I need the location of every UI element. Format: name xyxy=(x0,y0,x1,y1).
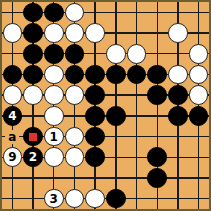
intersection xyxy=(147,85,168,106)
white-stone xyxy=(168,65,188,85)
intersection xyxy=(126,2,147,23)
intersection xyxy=(147,126,168,147)
intersection: 9 xyxy=(2,147,23,168)
intersection xyxy=(64,2,85,23)
intersection xyxy=(2,168,23,189)
intersection xyxy=(43,147,64,168)
intersection xyxy=(126,168,147,189)
intersection xyxy=(126,147,147,168)
intersection xyxy=(147,64,168,85)
intersection xyxy=(147,188,168,209)
go-board-diagram: 4a1923 xyxy=(0,0,211,211)
intersection xyxy=(106,168,127,189)
black-stone xyxy=(147,147,167,167)
black-stone xyxy=(23,65,43,85)
intersection xyxy=(126,64,147,85)
black-stone xyxy=(147,85,167,105)
white-stone xyxy=(65,189,85,209)
intersection xyxy=(85,64,106,85)
intersection xyxy=(106,188,127,209)
black-stone xyxy=(85,85,105,105)
white-stone xyxy=(189,65,209,85)
intersection xyxy=(147,23,168,44)
intersection xyxy=(43,23,64,44)
intersection xyxy=(188,2,209,23)
black-stone xyxy=(23,147,43,167)
intersection xyxy=(188,188,209,209)
black-stone xyxy=(3,65,23,85)
intersection xyxy=(106,43,127,64)
intersection xyxy=(168,43,189,64)
intersection xyxy=(147,2,168,23)
white-stone xyxy=(44,65,64,85)
intersection xyxy=(106,85,127,106)
intersection xyxy=(168,126,189,147)
intersection xyxy=(2,43,23,64)
white-stone xyxy=(44,189,64,209)
intersection xyxy=(168,188,189,209)
intersection xyxy=(64,23,85,44)
white-stone xyxy=(65,147,85,167)
intersection xyxy=(23,64,44,85)
black-stone xyxy=(168,106,188,126)
intersection xyxy=(188,106,209,127)
intersection xyxy=(85,23,106,44)
white-stone xyxy=(3,23,23,43)
intersection xyxy=(126,126,147,147)
black-stone xyxy=(147,65,167,85)
black-stone xyxy=(85,106,105,126)
intersection xyxy=(106,147,127,168)
black-stone xyxy=(189,106,209,126)
intersection xyxy=(126,106,147,127)
intersection xyxy=(188,147,209,168)
point-label: a xyxy=(2,126,23,147)
intersection xyxy=(85,85,106,106)
white-stone xyxy=(65,23,85,43)
white-stone xyxy=(168,23,188,43)
white-stone xyxy=(85,189,105,209)
intersection xyxy=(43,106,64,127)
intersection xyxy=(64,168,85,189)
black-stone xyxy=(65,44,85,64)
white-stone xyxy=(189,44,209,64)
intersection xyxy=(126,188,147,209)
intersection xyxy=(43,2,64,23)
intersection xyxy=(188,43,209,64)
black-stone xyxy=(147,168,167,188)
black-stone xyxy=(168,85,188,105)
intersection xyxy=(168,106,189,127)
intersection xyxy=(106,64,127,85)
black-stone xyxy=(85,127,105,147)
intersection xyxy=(188,23,209,44)
intersection xyxy=(85,188,106,209)
white-stone xyxy=(44,85,64,105)
intersection xyxy=(43,168,64,189)
intersection xyxy=(168,64,189,85)
white-stone xyxy=(189,85,209,105)
black-stone xyxy=(44,44,64,64)
intersection xyxy=(168,168,189,189)
board: 4a1923 xyxy=(2,2,209,209)
white-stone xyxy=(65,3,85,23)
black-stone xyxy=(106,65,126,85)
intersection xyxy=(85,126,106,147)
intersection xyxy=(188,126,209,147)
intersection xyxy=(64,147,85,168)
black-stone xyxy=(3,106,23,126)
black-stone xyxy=(23,44,43,64)
black-stone xyxy=(85,147,105,167)
white-stone xyxy=(3,147,23,167)
white-stone xyxy=(44,106,64,126)
intersection xyxy=(147,168,168,189)
intersection xyxy=(2,23,23,44)
intersection xyxy=(23,188,44,209)
intersection xyxy=(85,147,106,168)
intersection xyxy=(126,85,147,106)
intersection xyxy=(147,147,168,168)
intersection xyxy=(85,2,106,23)
intersection xyxy=(23,2,44,23)
intersection xyxy=(43,64,64,85)
intersection xyxy=(2,2,23,23)
intersection xyxy=(43,85,64,106)
square-mark-icon xyxy=(29,133,37,141)
intersection xyxy=(106,2,127,23)
white-stone xyxy=(44,147,64,167)
intersection xyxy=(147,43,168,64)
intersection xyxy=(188,64,209,85)
intersection xyxy=(64,85,85,106)
black-stone xyxy=(106,106,126,126)
intersection xyxy=(64,126,85,147)
intersection xyxy=(147,106,168,127)
intersection xyxy=(2,188,23,209)
white-stone xyxy=(65,85,85,105)
intersection xyxy=(126,23,147,44)
intersection xyxy=(64,188,85,209)
intersection xyxy=(23,85,44,106)
black-stone xyxy=(23,23,43,43)
intersection xyxy=(106,23,127,44)
intersection xyxy=(106,106,127,127)
intersection xyxy=(85,106,106,127)
intersection: a xyxy=(2,126,23,147)
white-stone xyxy=(23,85,43,105)
intersection: 1 xyxy=(43,126,64,147)
intersection xyxy=(23,43,44,64)
white-stone xyxy=(127,44,147,64)
intersection xyxy=(2,85,23,106)
intersection: 3 xyxy=(43,188,64,209)
white-stone xyxy=(3,85,23,105)
white-stone xyxy=(106,44,126,64)
white-stone xyxy=(85,23,105,43)
white-stone xyxy=(44,127,64,147)
intersection xyxy=(85,43,106,64)
intersection xyxy=(168,147,189,168)
intersection xyxy=(168,23,189,44)
intersection: 4 xyxy=(2,106,23,127)
intersection xyxy=(168,2,189,23)
black-stone xyxy=(106,189,126,209)
white-stone xyxy=(65,127,85,147)
intersection xyxy=(23,106,44,127)
intersection xyxy=(23,23,44,44)
intersection xyxy=(168,85,189,106)
black-stone xyxy=(44,3,64,23)
intersection xyxy=(188,168,209,189)
intersection xyxy=(64,64,85,85)
intersection xyxy=(43,43,64,64)
intersection xyxy=(2,64,23,85)
intersection: 2 xyxy=(23,147,44,168)
black-stone xyxy=(23,3,43,23)
intersection xyxy=(85,168,106,189)
intersection xyxy=(188,85,209,106)
intersection xyxy=(23,168,44,189)
black-stone xyxy=(65,65,85,85)
intersection xyxy=(126,43,147,64)
intersection xyxy=(23,126,44,147)
black-stone xyxy=(85,65,105,85)
intersection xyxy=(64,106,85,127)
white-stone xyxy=(44,23,64,43)
black-stone xyxy=(127,65,147,85)
intersection xyxy=(106,126,127,147)
intersection xyxy=(64,43,85,64)
